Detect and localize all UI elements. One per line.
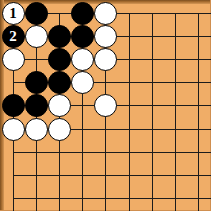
stone-black[interactable] (48, 25, 71, 48)
stone-white[interactable] (48, 94, 71, 117)
grid-line-vertical (129, 13, 130, 212)
grid-line-horizontal (13, 198, 212, 199)
go-board[interactable]: 12 (0, 0, 211, 211)
stone-black[interactable] (48, 48, 71, 71)
stone-white[interactable] (71, 71, 94, 94)
grid-line-horizontal (13, 152, 212, 153)
stone-white[interactable] (48, 118, 71, 141)
grid-line-vertical (175, 13, 176, 212)
grid-line-vertical (152, 13, 153, 212)
stone-black[interactable]: 2 (2, 25, 25, 48)
grid-line-horizontal (13, 175, 212, 176)
stone-black[interactable] (71, 25, 94, 48)
stone-black[interactable] (48, 71, 71, 94)
stone-white[interactable]: 1 (2, 2, 25, 25)
stone-white[interactable] (25, 118, 48, 141)
stone-black[interactable] (25, 71, 48, 94)
stone-white[interactable] (71, 48, 94, 71)
stone-white[interactable] (94, 48, 117, 71)
stone-label: 2 (9, 28, 17, 43)
stone-white[interactable] (25, 25, 48, 48)
stone-white[interactable] (2, 48, 25, 71)
stone-black[interactable] (25, 2, 48, 25)
stone-white[interactable] (94, 25, 117, 48)
stone-black[interactable] (71, 2, 94, 25)
stone-label: 1 (9, 5, 17, 20)
stone-white[interactable] (94, 94, 117, 117)
stone-white[interactable] (2, 118, 25, 141)
stone-white[interactable] (94, 2, 117, 25)
stone-black[interactable] (25, 94, 48, 117)
stone-black[interactable] (2, 94, 25, 117)
grid-line-vertical (198, 13, 199, 212)
